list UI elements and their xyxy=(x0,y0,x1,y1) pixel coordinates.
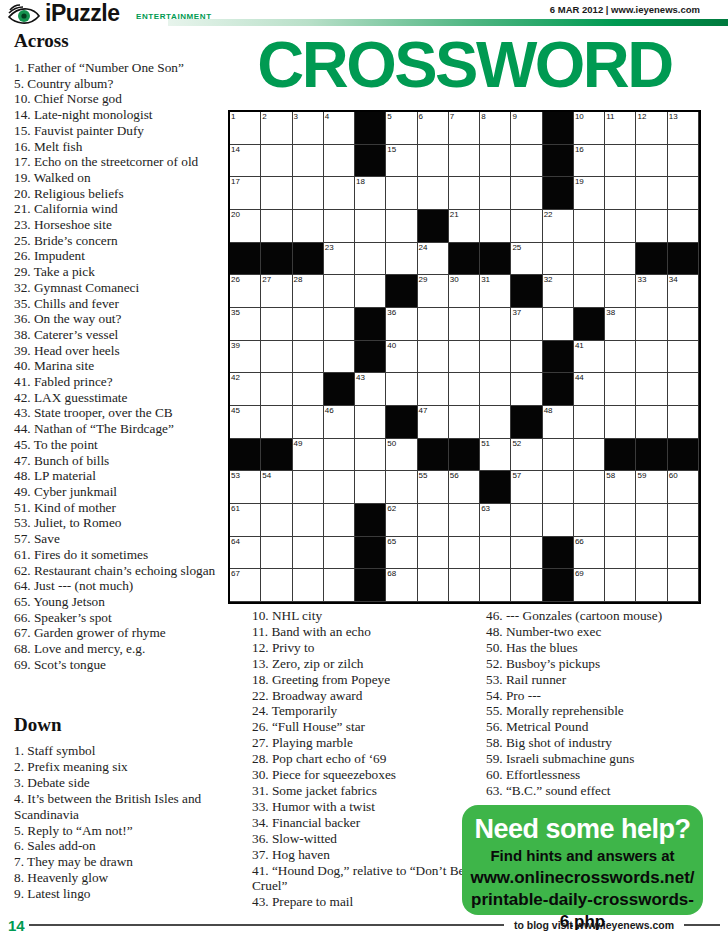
clue-item: 48. Number-two exec xyxy=(486,624,724,640)
white-cell[interactable] xyxy=(324,504,355,537)
cell-number: 61 xyxy=(231,504,240,513)
white-cell[interactable]: 32 xyxy=(543,275,574,308)
cell-number: 6 xyxy=(419,112,423,121)
white-cell[interactable] xyxy=(418,569,449,602)
white-cell[interactable]: 4 xyxy=(324,112,355,145)
white-cell[interactable]: 15 xyxy=(386,145,417,178)
white-cell[interactable]: 24 xyxy=(418,243,449,276)
white-cell[interactable] xyxy=(418,341,449,374)
clue-item: 42. LAX guesstimate xyxy=(14,390,228,406)
white-cell[interactable]: 1 xyxy=(230,112,261,145)
white-cell[interactable] xyxy=(574,275,605,308)
clue-item: 6. Sales add-on xyxy=(14,838,236,854)
cell-number: 10 xyxy=(575,112,584,121)
black-cell xyxy=(636,439,667,472)
white-cell[interactable] xyxy=(574,243,605,276)
cell-number: 27 xyxy=(262,275,271,284)
white-cell[interactable] xyxy=(480,341,511,374)
cell-number: 59 xyxy=(637,471,646,480)
black-cell xyxy=(511,406,542,439)
white-cell[interactable] xyxy=(324,177,355,210)
white-cell[interactable] xyxy=(543,504,574,537)
black-cell xyxy=(386,406,417,439)
cell-number: 3 xyxy=(294,112,298,121)
black-cell xyxy=(355,537,386,570)
white-cell[interactable] xyxy=(449,341,480,374)
white-cell[interactable]: 3 xyxy=(293,112,324,145)
white-cell[interactable] xyxy=(293,177,324,210)
page-number: 14 xyxy=(8,917,25,934)
white-cell[interactable]: 20 xyxy=(230,210,261,243)
white-cell[interactable] xyxy=(449,406,480,439)
white-cell[interactable] xyxy=(418,308,449,341)
white-cell[interactable]: 49 xyxy=(293,439,324,472)
clue-item: 43. Prepare to mail xyxy=(252,894,483,910)
black-cell xyxy=(355,504,386,537)
white-cell[interactable] xyxy=(636,341,667,374)
white-cell[interactable] xyxy=(355,243,386,276)
white-cell[interactable]: 54 xyxy=(261,471,292,504)
white-cell[interactable] xyxy=(636,504,667,537)
white-cell[interactable]: 66 xyxy=(574,537,605,570)
white-cell[interactable] xyxy=(293,537,324,570)
white-cell[interactable]: 11 xyxy=(605,112,636,145)
white-cell[interactable]: 17 xyxy=(230,177,261,210)
white-cell[interactable] xyxy=(293,210,324,243)
white-cell[interactable] xyxy=(605,569,636,602)
clue-item: 36. Slow-witted xyxy=(252,831,483,847)
clue-item: 10. NHL city xyxy=(252,608,483,624)
black-cell xyxy=(574,308,605,341)
white-cell[interactable]: 31 xyxy=(480,275,511,308)
clue-item: 40. Marina site xyxy=(14,358,228,374)
black-cell xyxy=(324,373,355,406)
white-cell[interactable] xyxy=(511,537,542,570)
white-cell[interactable] xyxy=(511,177,542,210)
white-cell[interactable] xyxy=(261,308,292,341)
clue-item: 41. “Hound Dog,” relative to “Don’t Be C… xyxy=(252,863,483,895)
white-cell[interactable]: 19 xyxy=(574,177,605,210)
help-box: Need some help? Find hints and answers a… xyxy=(462,805,703,915)
white-cell[interactable] xyxy=(355,275,386,308)
white-cell[interactable]: 29 xyxy=(418,275,449,308)
white-cell[interactable] xyxy=(324,439,355,472)
white-cell[interactable] xyxy=(636,308,667,341)
white-cell[interactable] xyxy=(449,569,480,602)
black-cell xyxy=(449,439,480,472)
white-cell[interactable]: 47 xyxy=(418,406,449,439)
white-cell[interactable] xyxy=(543,243,574,276)
cell-number: 30 xyxy=(450,275,459,284)
white-cell[interactable]: 27 xyxy=(261,275,292,308)
cell-number: 24 xyxy=(419,243,428,252)
white-cell[interactable] xyxy=(449,537,480,570)
white-cell[interactable]: 33 xyxy=(636,275,667,308)
black-cell xyxy=(511,275,542,308)
white-cell[interactable] xyxy=(668,145,699,178)
white-cell[interactable] xyxy=(418,373,449,406)
cell-number: 16 xyxy=(575,145,584,154)
black-cell xyxy=(230,243,261,276)
white-cell[interactable] xyxy=(668,537,699,570)
white-cell[interactable]: 55 xyxy=(418,471,449,504)
white-cell[interactable] xyxy=(636,406,667,439)
brand-title: iPuzzle xyxy=(45,0,119,27)
white-cell[interactable] xyxy=(386,177,417,210)
white-cell[interactable]: 23 xyxy=(324,243,355,276)
white-cell[interactable]: 35 xyxy=(230,308,261,341)
white-cell[interactable] xyxy=(480,210,511,243)
clue-item: 5. Country album? xyxy=(14,76,228,92)
white-cell[interactable]: 12 xyxy=(636,112,667,145)
cell-number: 44 xyxy=(575,373,584,382)
white-cell[interactable] xyxy=(605,177,636,210)
white-cell[interactable]: 41 xyxy=(574,341,605,374)
cell-number: 22 xyxy=(544,210,553,219)
white-cell[interactable] xyxy=(605,210,636,243)
white-cell[interactable] xyxy=(293,308,324,341)
white-cell[interactable] xyxy=(636,373,667,406)
white-cell[interactable] xyxy=(293,406,324,439)
cell-number: 15 xyxy=(387,145,396,154)
cell-number: 48 xyxy=(544,406,553,415)
white-cell[interactable] xyxy=(324,145,355,178)
cell-number: 13 xyxy=(669,112,678,121)
white-cell[interactable] xyxy=(480,373,511,406)
white-cell[interactable] xyxy=(261,504,292,537)
white-cell[interactable]: 16 xyxy=(574,145,605,178)
ipuzzle-eye-logo-icon xyxy=(7,3,41,30)
white-cell[interactable]: 22 xyxy=(543,210,574,243)
white-cell[interactable] xyxy=(449,308,480,341)
cell-number: 26 xyxy=(231,275,240,284)
white-cell[interactable] xyxy=(386,471,417,504)
white-cell[interactable] xyxy=(574,439,605,472)
cell-number: 41 xyxy=(575,341,584,350)
clue-item: 67. Garden grower of rhyme xyxy=(14,625,228,641)
cell-number: 57 xyxy=(512,471,521,480)
white-cell[interactable]: 2 xyxy=(261,112,292,145)
footer-blog-text: to blog visit www.ieyenews.com xyxy=(514,919,674,931)
clue-item: 19. Walked on xyxy=(14,170,228,186)
white-cell[interactable] xyxy=(293,471,324,504)
white-cell[interactable]: 48 xyxy=(543,406,574,439)
white-cell[interactable] xyxy=(480,308,511,341)
cell-number: 36 xyxy=(387,308,396,317)
clue-item: 37. Hog haven xyxy=(252,847,483,863)
white-cell[interactable]: 43 xyxy=(355,373,386,406)
white-cell[interactable] xyxy=(605,145,636,178)
white-cell[interactable] xyxy=(449,373,480,406)
white-cell[interactable] xyxy=(261,537,292,570)
down-clue-list-right: 46. --- Gonzales (cartoon mouse)48. Numb… xyxy=(486,608,724,799)
white-cell[interactable] xyxy=(261,569,292,602)
cell-number: 17 xyxy=(231,177,240,186)
white-cell[interactable] xyxy=(261,210,292,243)
white-cell[interactable] xyxy=(261,406,292,439)
white-cell[interactable] xyxy=(511,210,542,243)
white-cell[interactable] xyxy=(480,406,511,439)
white-cell[interactable] xyxy=(355,406,386,439)
white-cell[interactable]: 9 xyxy=(511,112,542,145)
black-cell xyxy=(480,243,511,276)
clue-item: 54. Pro --- xyxy=(486,688,724,704)
white-cell[interactable] xyxy=(418,504,449,537)
white-cell[interactable]: 42 xyxy=(230,373,261,406)
clue-item: 24. Temporarily xyxy=(252,703,483,719)
white-cell[interactable]: 26 xyxy=(230,275,261,308)
cell-number: 49 xyxy=(294,439,303,448)
white-cell[interactable]: 60 xyxy=(668,471,699,504)
white-cell[interactable]: 61 xyxy=(230,504,261,537)
help-url-line1: www.onlinecrosswords.net/ xyxy=(462,867,703,889)
white-cell[interactable] xyxy=(636,145,667,178)
black-cell xyxy=(543,569,574,602)
white-cell[interactable] xyxy=(449,177,480,210)
white-cell[interactable] xyxy=(574,210,605,243)
clue-item: 2. Prefix meaning six xyxy=(14,759,236,775)
white-cell[interactable] xyxy=(543,471,574,504)
clue-item: 49. Cyber junkmail xyxy=(14,484,228,500)
clue-item: 14. Late-night monologist xyxy=(14,107,228,123)
cell-number: 35 xyxy=(231,308,240,317)
white-cell[interactable] xyxy=(355,439,386,472)
white-cell[interactable] xyxy=(668,373,699,406)
clue-item: 59. Israeli submachine guns xyxy=(486,751,724,767)
black-cell xyxy=(543,177,574,210)
across-clue-list: 1. Father of “Number One Son”5. Country … xyxy=(14,60,228,672)
clue-item: 34. Financial backer xyxy=(252,815,483,831)
white-cell[interactable] xyxy=(636,537,667,570)
white-cell[interactable] xyxy=(386,373,417,406)
clue-item: 36. On the way out? xyxy=(14,311,228,327)
white-cell[interactable] xyxy=(605,341,636,374)
clue-item: 68. Love and mercy, e.g. xyxy=(14,641,228,657)
white-cell[interactable] xyxy=(261,177,292,210)
cell-number: 11 xyxy=(606,112,614,121)
clue-item: 31. Some jacket fabrics xyxy=(252,783,483,799)
cell-number: 32 xyxy=(544,275,553,284)
white-cell[interactable] xyxy=(386,243,417,276)
white-cell[interactable] xyxy=(668,177,699,210)
white-cell[interactable]: 59 xyxy=(636,471,667,504)
white-cell[interactable]: 37 xyxy=(511,308,542,341)
white-cell[interactable] xyxy=(511,341,542,374)
clue-item: 30. Piece for squeezeboxes xyxy=(252,767,483,783)
white-cell[interactable] xyxy=(636,177,667,210)
clue-item: 39. Head over heels xyxy=(14,343,228,359)
clue-item: 47. Bunch of bills xyxy=(14,453,228,469)
white-cell[interactable]: 69 xyxy=(574,569,605,602)
cell-number: 56 xyxy=(450,471,459,480)
white-cell[interactable]: 21 xyxy=(449,210,480,243)
white-cell[interactable] xyxy=(418,177,449,210)
white-cell[interactable] xyxy=(574,406,605,439)
help-heading: Need some help? xyxy=(462,813,703,845)
white-cell[interactable] xyxy=(668,569,699,602)
white-cell[interactable] xyxy=(324,275,355,308)
white-cell[interactable] xyxy=(293,504,324,537)
white-cell[interactable]: 67 xyxy=(230,569,261,602)
white-cell[interactable] xyxy=(293,569,324,602)
white-cell[interactable]: 7 xyxy=(449,112,480,145)
clue-item: 58. Big shot of industry xyxy=(486,735,724,751)
clue-item: 55. Morally reprehensible xyxy=(486,703,724,719)
white-cell[interactable] xyxy=(668,341,699,374)
white-cell[interactable] xyxy=(668,504,699,537)
white-cell[interactable]: 56 xyxy=(449,471,480,504)
white-cell[interactable] xyxy=(668,406,699,439)
white-cell[interactable] xyxy=(668,308,699,341)
white-cell[interactable]: 57 xyxy=(511,471,542,504)
clue-item: 66. Speaker’s spot xyxy=(14,610,228,626)
white-cell[interactable]: 8 xyxy=(480,112,511,145)
clue-item: 9. Latest lingo xyxy=(14,886,236,902)
white-cell[interactable]: 50 xyxy=(386,439,417,472)
black-cell xyxy=(230,439,261,472)
clue-item: 64. Just --- (not much) xyxy=(14,578,228,594)
clue-item: 16. Melt fish xyxy=(14,139,228,155)
cell-number: 50 xyxy=(387,439,396,448)
white-cell[interactable] xyxy=(668,210,699,243)
white-cell[interactable] xyxy=(324,210,355,243)
cell-number: 58 xyxy=(606,471,615,480)
white-cell[interactable]: 53 xyxy=(230,471,261,504)
down-clue-list-middle: 10. NHL city11. Band with an echo12. Pri… xyxy=(252,608,483,910)
white-cell[interactable] xyxy=(511,569,542,602)
clue-item: 3. Debate side xyxy=(14,775,236,791)
black-cell xyxy=(668,439,699,472)
white-cell[interactable]: 62 xyxy=(386,504,417,537)
white-cell[interactable] xyxy=(543,439,574,472)
clue-item: 46. --- Gonzales (cartoon mouse) xyxy=(486,608,724,624)
clue-item: 51. Kind of mother xyxy=(14,500,228,516)
page: iPuzzle ENTERTAINMENT 6 MAR 2012 | www.i… xyxy=(0,0,728,942)
cell-number: 8 xyxy=(481,112,485,121)
cell-number: 28 xyxy=(294,275,303,284)
clue-item: 17. Echo on the streetcorner of old xyxy=(14,154,228,170)
white-cell[interactable] xyxy=(449,145,480,178)
white-cell[interactable] xyxy=(324,308,355,341)
white-cell[interactable] xyxy=(261,373,292,406)
cell-number: 55 xyxy=(419,471,428,480)
cell-number: 63 xyxy=(481,504,490,513)
white-cell[interactable] xyxy=(418,537,449,570)
white-cell[interactable]: 65 xyxy=(386,537,417,570)
white-cell[interactable] xyxy=(511,145,542,178)
white-cell[interactable] xyxy=(324,341,355,374)
white-cell[interactable]: 13 xyxy=(668,112,699,145)
white-cell[interactable]: 30 xyxy=(449,275,480,308)
header-gradient-bar xyxy=(168,19,728,26)
white-cell[interactable]: 44 xyxy=(574,373,605,406)
clue-item: 8. Heavenly glow xyxy=(14,870,236,886)
white-cell[interactable] xyxy=(324,537,355,570)
cell-number: 1 xyxy=(231,112,235,121)
white-cell[interactable] xyxy=(605,504,636,537)
black-cell xyxy=(636,243,667,276)
white-cell[interactable] xyxy=(636,210,667,243)
white-cell[interactable]: 51 xyxy=(480,439,511,472)
white-cell[interactable]: 58 xyxy=(605,471,636,504)
white-cell[interactable] xyxy=(543,308,574,341)
white-cell[interactable] xyxy=(293,373,324,406)
white-cell[interactable] xyxy=(605,243,636,276)
white-cell[interactable] xyxy=(480,145,511,178)
white-cell[interactable] xyxy=(324,569,355,602)
white-cell[interactable] xyxy=(418,145,449,178)
white-cell[interactable] xyxy=(261,341,292,374)
white-cell[interactable] xyxy=(574,471,605,504)
white-cell[interactable]: 5 xyxy=(386,112,417,145)
white-cell[interactable] xyxy=(605,373,636,406)
white-cell[interactable]: 38 xyxy=(605,308,636,341)
cell-number: 47 xyxy=(419,406,428,415)
white-cell[interactable] xyxy=(480,537,511,570)
white-cell[interactable]: 64 xyxy=(230,537,261,570)
white-cell[interactable] xyxy=(636,569,667,602)
white-cell[interactable] xyxy=(605,537,636,570)
black-cell xyxy=(355,341,386,374)
white-cell[interactable]: 39 xyxy=(230,341,261,374)
white-cell[interactable]: 45 xyxy=(230,406,261,439)
white-cell[interactable]: 18 xyxy=(355,177,386,210)
white-cell[interactable]: 40 xyxy=(386,341,417,374)
white-cell[interactable] xyxy=(261,145,292,178)
white-cell[interactable] xyxy=(355,471,386,504)
cell-number: 67 xyxy=(231,569,240,578)
black-cell xyxy=(543,112,574,145)
white-cell[interactable] xyxy=(293,341,324,374)
white-cell[interactable]: 46 xyxy=(324,406,355,439)
black-cell xyxy=(543,537,574,570)
white-cell[interactable]: 10 xyxy=(574,112,605,145)
white-cell[interactable]: 14 xyxy=(230,145,261,178)
white-cell[interactable]: 68 xyxy=(386,569,417,602)
cell-number: 62 xyxy=(387,504,396,513)
white-cell[interactable] xyxy=(511,373,542,406)
white-cell[interactable] xyxy=(605,275,636,308)
black-cell xyxy=(543,341,574,374)
help-subtext: Find hints and answers at xyxy=(462,845,703,867)
cell-number: 5 xyxy=(387,112,391,121)
white-cell[interactable] xyxy=(480,569,511,602)
white-cell[interactable]: 36 xyxy=(386,308,417,341)
white-cell[interactable]: 25 xyxy=(511,243,542,276)
clue-item: 11. Band with an echo xyxy=(252,624,483,640)
footer: 14 to blog visit www.ieyenews.com xyxy=(8,915,720,935)
white-cell[interactable]: 63 xyxy=(480,504,511,537)
white-cell[interactable] xyxy=(386,210,417,243)
white-cell[interactable] xyxy=(449,504,480,537)
white-cell[interactable] xyxy=(355,210,386,243)
cell-number: 52 xyxy=(512,439,521,448)
cell-number: 21 xyxy=(450,210,459,219)
white-cell[interactable]: 52 xyxy=(511,439,542,472)
white-cell[interactable]: 34 xyxy=(668,275,699,308)
clue-item: 5. Reply to “Am not!” xyxy=(14,823,236,839)
white-cell[interactable]: 28 xyxy=(293,275,324,308)
white-cell[interactable]: 6 xyxy=(418,112,449,145)
clue-item: 20. Religious beliefs xyxy=(14,186,228,202)
white-cell[interactable] xyxy=(511,504,542,537)
white-cell[interactable] xyxy=(605,406,636,439)
white-cell[interactable] xyxy=(293,145,324,178)
white-cell[interactable] xyxy=(324,471,355,504)
white-cell[interactable] xyxy=(574,504,605,537)
clue-item: 26. Impudent xyxy=(14,248,228,264)
white-cell[interactable] xyxy=(480,177,511,210)
